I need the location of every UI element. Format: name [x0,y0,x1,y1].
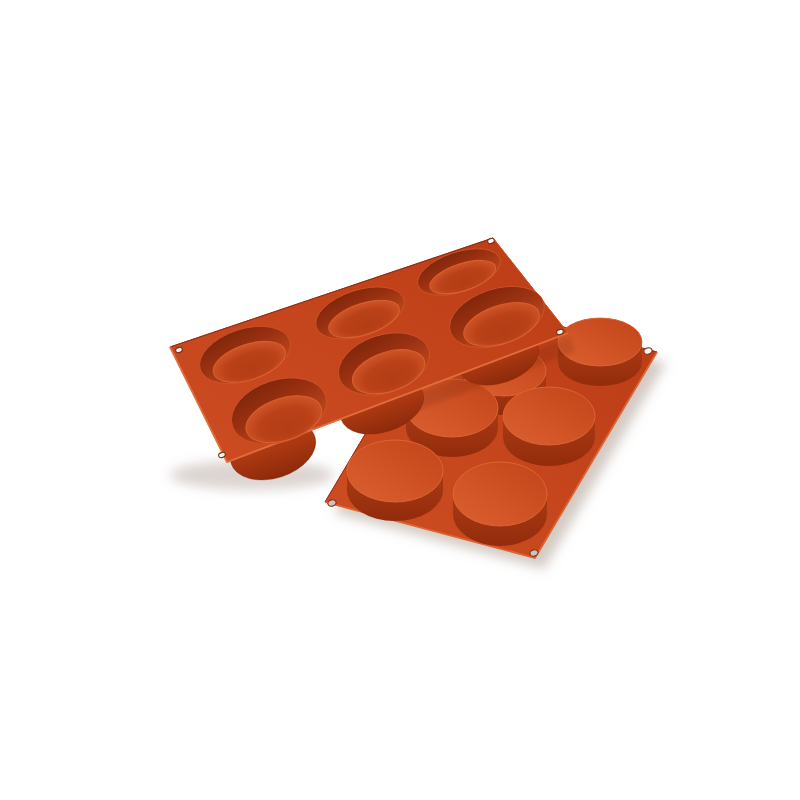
cylinder-front-right [453,462,547,546]
cylinder-top-face [503,387,595,445]
scene-svg [0,0,800,800]
cylinder-front-left [347,440,443,521]
product-photo [0,0,800,800]
cylinder-mid-right [503,387,595,466]
cylinder-top-face [453,462,547,526]
cylinder-top-face [347,440,443,502]
